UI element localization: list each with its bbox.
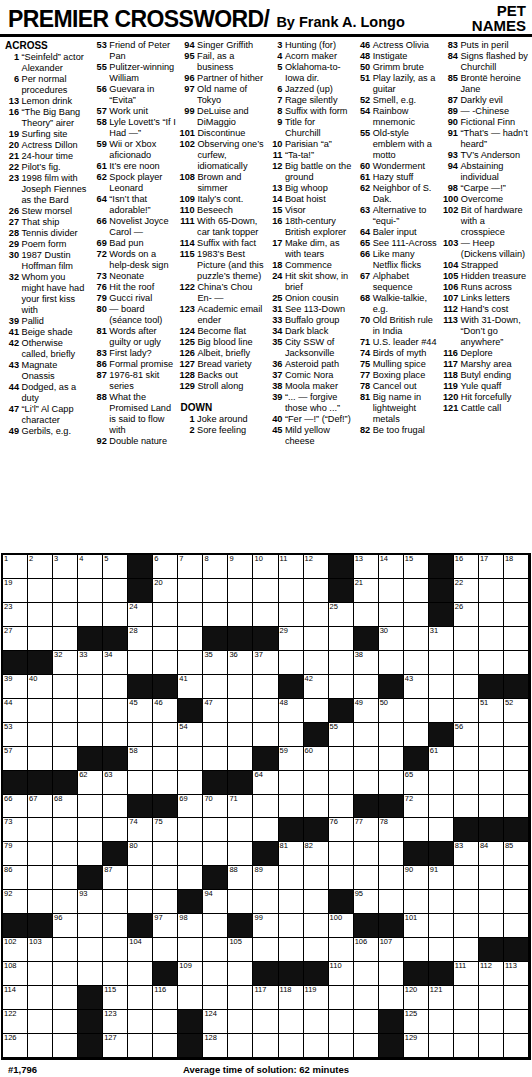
grid-cell[interactable]: [329, 866, 354, 890]
grid-cell[interactable]: [454, 675, 479, 699]
grid-cell[interactable]: 48: [279, 699, 304, 723]
grid-cell[interactable]: 36: [228, 651, 253, 675]
grid-cell[interactable]: [228, 962, 253, 986]
grid-cell[interactable]: [304, 938, 329, 962]
grid-cell[interactable]: [504, 579, 529, 603]
grid-cell[interactable]: [28, 842, 53, 866]
grid-cell[interactable]: [28, 699, 53, 723]
grid-cell[interactable]: 122: [3, 1010, 28, 1034]
grid-cell[interactable]: 89: [253, 866, 278, 890]
grid-cell[interactable]: 5: [103, 555, 128, 579]
grid-cell[interactable]: [304, 866, 329, 890]
grid-cell[interactable]: [78, 675, 103, 699]
grid-cell[interactable]: 66: [3, 795, 28, 819]
grid-cell[interactable]: 121: [429, 986, 454, 1010]
grid-cell[interactable]: 101: [404, 914, 429, 938]
grid-cell[interactable]: [78, 842, 103, 866]
grid-cell[interactable]: [504, 747, 529, 771]
grid-cell[interactable]: [128, 1034, 153, 1058]
grid-cell[interactable]: [429, 771, 454, 795]
grid-cell[interactable]: [354, 986, 379, 1010]
grid-cell[interactable]: [128, 771, 153, 795]
grid-cell[interactable]: [329, 1010, 354, 1034]
grid-cell[interactable]: [203, 818, 228, 842]
grid-cell[interactable]: 84: [479, 842, 504, 866]
grid-cell[interactable]: [153, 1034, 178, 1058]
grid-cell[interactable]: 19: [3, 579, 28, 603]
grid-cell[interactable]: [53, 986, 78, 1010]
grid-cell[interactable]: [78, 818, 103, 842]
grid-cell[interactable]: [279, 603, 304, 627]
grid-cell[interactable]: 74: [128, 818, 153, 842]
grid-cell[interactable]: 49: [354, 699, 379, 723]
grid-cell[interactable]: [28, 1010, 53, 1034]
grid-cell[interactable]: 28: [128, 627, 153, 651]
grid-cell[interactable]: [329, 771, 354, 795]
grid-cell[interactable]: 90: [404, 866, 429, 890]
grid-cell[interactable]: [203, 914, 228, 938]
grid-cell[interactable]: [103, 938, 128, 962]
grid-cell[interactable]: 37: [253, 651, 278, 675]
grid-cell[interactable]: [178, 818, 203, 842]
grid-cell[interactable]: [103, 818, 128, 842]
grid-cell[interactable]: [429, 651, 454, 675]
grid-cell[interactable]: [479, 986, 504, 1010]
grid-cell[interactable]: 78: [379, 818, 404, 842]
grid-cell[interactable]: 71: [228, 795, 253, 819]
grid-cell[interactable]: 76: [329, 818, 354, 842]
grid-cell[interactable]: [279, 651, 304, 675]
grid-cell[interactable]: [203, 723, 228, 747]
grid-cell[interactable]: 63: [103, 771, 128, 795]
grid-cell[interactable]: [304, 1034, 329, 1058]
grid-cell[interactable]: [454, 890, 479, 914]
grid-cell[interactable]: [504, 723, 529, 747]
grid-cell[interactable]: 98: [178, 914, 203, 938]
grid-cell[interactable]: [128, 890, 153, 914]
grid-cell[interactable]: [103, 914, 128, 938]
grid-cell[interactable]: [354, 675, 379, 699]
grid-cell[interactable]: [329, 747, 354, 771]
grid-cell[interactable]: [279, 579, 304, 603]
grid-cell[interactable]: 42: [304, 675, 329, 699]
grid-cell[interactable]: 106: [354, 938, 379, 962]
grid-cell[interactable]: 61: [429, 747, 454, 771]
grid-cell[interactable]: 1: [3, 555, 28, 579]
grid-cell[interactable]: [253, 603, 278, 627]
grid-cell[interactable]: 43: [404, 675, 429, 699]
grid-cell[interactable]: 2: [28, 555, 53, 579]
grid-cell[interactable]: 3: [53, 555, 78, 579]
grid-cell[interactable]: 45: [128, 699, 153, 723]
grid-cell[interactable]: [153, 771, 178, 795]
grid-cell[interactable]: 127: [103, 1034, 128, 1058]
grid-cell[interactable]: [128, 1010, 153, 1034]
grid-cell[interactable]: 126: [3, 1034, 28, 1058]
grid-cell[interactable]: [53, 842, 78, 866]
grid-cell[interactable]: 7: [178, 555, 203, 579]
grid-cell[interactable]: [379, 603, 404, 627]
grid-cell[interactable]: [153, 938, 178, 962]
grid-cell[interactable]: [128, 651, 153, 675]
grid-cell[interactable]: 114: [3, 986, 28, 1010]
grid-cell[interactable]: [504, 651, 529, 675]
grid-cell[interactable]: 116: [153, 986, 178, 1010]
grid-cell[interactable]: [379, 723, 404, 747]
grid-cell[interactable]: [429, 675, 454, 699]
grid-cell[interactable]: [253, 723, 278, 747]
grid-cell[interactable]: [253, 699, 278, 723]
grid-cell[interactable]: [78, 579, 103, 603]
grid-cell[interactable]: [279, 914, 304, 938]
grid-cell[interactable]: 10: [253, 555, 278, 579]
grid-cell[interactable]: [404, 699, 429, 723]
grid-cell[interactable]: [304, 1010, 329, 1034]
grid-cell[interactable]: [354, 747, 379, 771]
grid-cell[interactable]: [404, 603, 429, 627]
grid-cell[interactable]: [429, 1010, 454, 1034]
grid-cell[interactable]: [178, 866, 203, 890]
grid-cell[interactable]: [28, 723, 53, 747]
grid-cell[interactable]: [178, 627, 203, 651]
grid-cell[interactable]: 62: [78, 771, 103, 795]
grid-cell[interactable]: [379, 579, 404, 603]
grid-cell[interactable]: [103, 962, 128, 986]
grid-cell[interactable]: 13: [354, 555, 379, 579]
grid-cell[interactable]: 14: [379, 555, 404, 579]
grid-cell[interactable]: 100: [329, 914, 354, 938]
grid-cell[interactable]: 32: [53, 651, 78, 675]
grid-cell[interactable]: [178, 579, 203, 603]
grid-cell[interactable]: [153, 842, 178, 866]
grid-cell[interactable]: 129: [404, 1034, 429, 1058]
grid-cell[interactable]: 120: [404, 986, 429, 1010]
grid-cell[interactable]: [279, 890, 304, 914]
grid-cell[interactable]: [253, 818, 278, 842]
grid-cell[interactable]: [479, 579, 504, 603]
grid-cell[interactable]: [103, 723, 128, 747]
grid-cell[interactable]: [454, 866, 479, 890]
grid-cell[interactable]: [53, 723, 78, 747]
grid-cell[interactable]: [279, 1010, 304, 1034]
grid-cell[interactable]: [329, 627, 354, 651]
grid-cell[interactable]: [279, 771, 304, 795]
grid-cell[interactable]: [379, 747, 404, 771]
grid-cell[interactable]: 9: [228, 555, 253, 579]
grid-cell[interactable]: [279, 795, 304, 819]
grid-cell[interactable]: 29: [279, 627, 304, 651]
grid-cell[interactable]: [28, 1034, 53, 1058]
grid-cell[interactable]: [479, 866, 504, 890]
grid-cell[interactable]: 33: [78, 651, 103, 675]
grid-cell[interactable]: [153, 603, 178, 627]
grid-cell[interactable]: [28, 627, 53, 651]
grid-cell[interactable]: [479, 1010, 504, 1034]
grid-cell[interactable]: 112: [479, 962, 504, 986]
grid-cell[interactable]: [53, 938, 78, 962]
grid-cell[interactable]: [53, 603, 78, 627]
grid-cell[interactable]: 40: [28, 675, 53, 699]
grid-cell[interactable]: [429, 938, 454, 962]
grid-cell[interactable]: 102: [3, 938, 28, 962]
grid-cell[interactable]: 87: [103, 866, 128, 890]
grid-cell[interactable]: [329, 795, 354, 819]
grid-cell[interactable]: [28, 603, 53, 627]
grid-cell[interactable]: [379, 866, 404, 890]
grid-cell[interactable]: 108: [3, 962, 28, 986]
grid-cell[interactable]: 27: [3, 627, 28, 651]
grid-cell[interactable]: 11: [279, 555, 304, 579]
grid-cell[interactable]: [53, 890, 78, 914]
grid-cell[interactable]: 38: [354, 651, 379, 675]
grid-cell[interactable]: 95: [354, 890, 379, 914]
grid-cell[interactable]: 93: [78, 890, 103, 914]
grid-cell[interactable]: [128, 866, 153, 890]
grid-cell[interactable]: [404, 890, 429, 914]
grid-cell[interactable]: 51: [479, 699, 504, 723]
grid-cell[interactable]: [454, 771, 479, 795]
grid-cell[interactable]: [354, 723, 379, 747]
grid-cell[interactable]: [454, 651, 479, 675]
grid-cell[interactable]: [454, 1010, 479, 1034]
grid-cell[interactable]: [253, 890, 278, 914]
grid-cell[interactable]: [28, 747, 53, 771]
grid-cell[interactable]: 123: [103, 1010, 128, 1034]
grid-cell[interactable]: [329, 842, 354, 866]
grid-cell[interactable]: 85: [504, 842, 529, 866]
grid-cell[interactable]: [128, 986, 153, 1010]
grid-cell[interactable]: 81: [279, 842, 304, 866]
grid-cell[interactable]: [354, 866, 379, 890]
grid-cell[interactable]: [304, 890, 329, 914]
grid-cell[interactable]: [203, 842, 228, 866]
grid-cell[interactable]: [504, 795, 529, 819]
grid-cell[interactable]: 69: [178, 795, 203, 819]
grid-cell[interactable]: [228, 579, 253, 603]
grid-cell[interactable]: 99: [253, 914, 278, 938]
grid-cell[interactable]: [479, 1034, 504, 1058]
grid-cell[interactable]: 119: [304, 986, 329, 1010]
grid-cell[interactable]: 50: [379, 699, 404, 723]
grid-cell[interactable]: [78, 914, 103, 938]
grid-cell[interactable]: 18: [504, 555, 529, 579]
grid-cell[interactable]: 118: [279, 986, 304, 1010]
grid-cell[interactable]: [203, 579, 228, 603]
grid-cell[interactable]: [228, 986, 253, 1010]
grid-cell[interactable]: 30: [379, 627, 404, 651]
grid-cell[interactable]: [178, 747, 203, 771]
grid-cell[interactable]: 107: [379, 938, 404, 962]
grid-cell[interactable]: 23: [3, 603, 28, 627]
grid-cell[interactable]: [103, 890, 128, 914]
grid-cell[interactable]: [53, 747, 78, 771]
grid-cell[interactable]: [78, 795, 103, 819]
grid-cell[interactable]: 80: [128, 842, 153, 866]
grid-cell[interactable]: [178, 651, 203, 675]
grid-cell[interactable]: [228, 1010, 253, 1034]
grid-cell[interactable]: [304, 579, 329, 603]
grid-cell[interactable]: 125: [404, 1010, 429, 1034]
grid-cell[interactable]: [228, 1034, 253, 1058]
grid-cell[interactable]: [103, 603, 128, 627]
grid-cell[interactable]: [253, 675, 278, 699]
grid-cell[interactable]: [479, 914, 504, 938]
grid-cell[interactable]: [404, 627, 429, 651]
grid-cell[interactable]: [178, 771, 203, 795]
grid-cell[interactable]: [504, 603, 529, 627]
grid-cell[interactable]: [479, 771, 504, 795]
grid-cell[interactable]: [479, 795, 504, 819]
grid-cell[interactable]: [228, 723, 253, 747]
grid-cell[interactable]: [454, 986, 479, 1010]
grid-cell[interactable]: [504, 771, 529, 795]
grid-cell[interactable]: 70: [203, 795, 228, 819]
grid-cell[interactable]: [28, 962, 53, 986]
grid-cell[interactable]: [354, 771, 379, 795]
grid-cell[interactable]: 111: [454, 962, 479, 986]
grid-cell[interactable]: [153, 723, 178, 747]
grid-cell[interactable]: 103: [28, 938, 53, 962]
grid-cell[interactable]: [479, 723, 504, 747]
grid-cell[interactable]: 15: [404, 555, 429, 579]
grid-cell[interactable]: 105: [228, 938, 253, 962]
grid-cell[interactable]: [379, 890, 404, 914]
grid-cell[interactable]: [404, 723, 429, 747]
grid-cell[interactable]: [103, 579, 128, 603]
grid-cell[interactable]: 77: [354, 818, 379, 842]
grid-cell[interactable]: [279, 866, 304, 890]
grid-cell[interactable]: 57: [3, 747, 28, 771]
grid-cell[interactable]: [228, 747, 253, 771]
grid-cell[interactable]: 20: [153, 579, 178, 603]
grid-cell[interactable]: [429, 890, 454, 914]
grid-cell[interactable]: [153, 747, 178, 771]
grid-cell[interactable]: [504, 1010, 529, 1034]
grid-cell[interactable]: [78, 603, 103, 627]
grid-cell[interactable]: [53, 627, 78, 651]
grid-cell[interactable]: [153, 627, 178, 651]
grid-cell[interactable]: [329, 675, 354, 699]
grid-cell[interactable]: 88: [228, 866, 253, 890]
grid-cell[interactable]: 55: [329, 723, 354, 747]
grid-cell[interactable]: 92: [3, 890, 28, 914]
grid-cell[interactable]: [53, 818, 78, 842]
grid-cell[interactable]: 6: [153, 555, 178, 579]
grid-cell[interactable]: 35: [203, 651, 228, 675]
grid-cell[interactable]: 8: [203, 555, 228, 579]
grid-cell[interactable]: [253, 795, 278, 819]
grid-cell[interactable]: [228, 818, 253, 842]
grid-cell[interactable]: [253, 938, 278, 962]
grid-cell[interactable]: 17: [479, 555, 504, 579]
grid-cell[interactable]: [354, 603, 379, 627]
grid-cell[interactable]: 79: [3, 842, 28, 866]
grid-cell[interactable]: [304, 627, 329, 651]
grid-cell[interactable]: 65: [404, 771, 429, 795]
grid-cell[interactable]: [128, 962, 153, 986]
grid-cell[interactable]: 16: [454, 555, 479, 579]
grid-cell[interactable]: [28, 579, 53, 603]
grid-cell[interactable]: 25: [329, 603, 354, 627]
grid-cell[interactable]: 97: [153, 914, 178, 938]
grid-cell[interactable]: [379, 986, 404, 1010]
grid-cell[interactable]: [304, 795, 329, 819]
grid-cell[interactable]: 128: [203, 1034, 228, 1058]
grid-cell[interactable]: [178, 986, 203, 1010]
grid-cell[interactable]: 113: [504, 962, 529, 986]
grid-cell[interactable]: [454, 1034, 479, 1058]
grid-cell[interactable]: 24: [128, 603, 153, 627]
grid-cell[interactable]: 124: [203, 1010, 228, 1034]
grid-cell[interactable]: [253, 1034, 278, 1058]
grid-cell[interactable]: [454, 795, 479, 819]
grid-cell[interactable]: [379, 842, 404, 866]
grid-cell[interactable]: [454, 627, 479, 651]
grid-cell[interactable]: [504, 986, 529, 1010]
grid-cell[interactable]: 73: [3, 818, 28, 842]
grid-cell[interactable]: [329, 938, 354, 962]
grid-cell[interactable]: [203, 938, 228, 962]
grid-cell[interactable]: 67: [28, 795, 53, 819]
grid-cell[interactable]: 31: [429, 627, 454, 651]
grid-cell[interactable]: [103, 795, 128, 819]
grid-cell[interactable]: [304, 699, 329, 723]
grid-cell[interactable]: [354, 1010, 379, 1034]
grid-cell[interactable]: [228, 675, 253, 699]
grid-cell[interactable]: [153, 1010, 178, 1034]
grid-cell[interactable]: 54: [178, 723, 203, 747]
grid-cell[interactable]: 91: [429, 866, 454, 890]
grid-cell[interactable]: [228, 890, 253, 914]
grid-cell[interactable]: [228, 603, 253, 627]
grid-cell[interactable]: [329, 651, 354, 675]
grid-cell[interactable]: 115: [103, 986, 128, 1010]
grid-cell[interactable]: 64: [253, 771, 278, 795]
grid-cell[interactable]: [128, 723, 153, 747]
grid-cell[interactable]: 26: [454, 603, 479, 627]
grid-cell[interactable]: 86: [3, 866, 28, 890]
grid-cell[interactable]: [153, 651, 178, 675]
grid-cell[interactable]: [103, 675, 128, 699]
grid-cell[interactable]: [354, 962, 379, 986]
grid-cell[interactable]: [279, 1034, 304, 1058]
grid-cell[interactable]: [404, 651, 429, 675]
grid-cell[interactable]: [53, 962, 78, 986]
grid-cell[interactable]: [379, 771, 404, 795]
grid-cell[interactable]: 82: [304, 842, 329, 866]
grid-cell[interactable]: 96: [53, 914, 78, 938]
grid-cell[interactable]: 39: [3, 675, 28, 699]
grid-cell[interactable]: [329, 1034, 354, 1058]
grid-cell[interactable]: [304, 651, 329, 675]
grid-cell[interactable]: [304, 603, 329, 627]
grid-cell[interactable]: 47: [203, 699, 228, 723]
grid-cell[interactable]: [304, 771, 329, 795]
grid-cell[interactable]: 68: [53, 795, 78, 819]
grid-cell[interactable]: [329, 986, 354, 1010]
grid-cell[interactable]: 12: [304, 555, 329, 579]
grid-cell[interactable]: [203, 603, 228, 627]
grid-cell[interactable]: [429, 914, 454, 938]
grid-cell[interactable]: [53, 1010, 78, 1034]
grid-cell[interactable]: [379, 651, 404, 675]
grid-cell[interactable]: [504, 890, 529, 914]
grid-cell[interactable]: 53: [3, 723, 28, 747]
grid-cell[interactable]: [454, 747, 479, 771]
grid-cell[interactable]: 21: [354, 579, 379, 603]
grid-cell[interactable]: 83: [454, 842, 479, 866]
grid-cell[interactable]: 46: [153, 699, 178, 723]
